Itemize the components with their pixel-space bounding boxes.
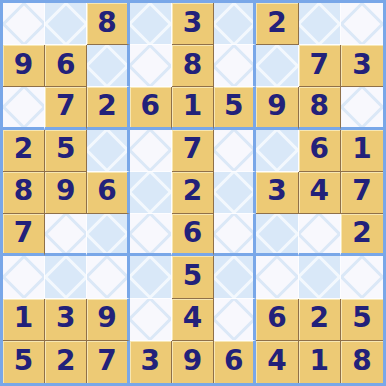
cell-r5c9: 7 [341,172,383,214]
given-digit: 2 [267,9,286,37]
cell-r3c7: 9 [256,87,298,129]
given-digit: 6 [267,304,286,332]
cell-r6c6[interactable] [214,214,256,256]
cell-r8c2: 3 [45,299,87,341]
diamond-outline-icon [87,214,129,256]
cell-r6c1: 7 [3,214,45,256]
cell-r1c1[interactable] [3,3,45,45]
given-digit: 7 [97,347,116,375]
cell-r4c6[interactable] [214,130,256,172]
given-digit: 5 [183,262,202,290]
cell-r8c4[interactable] [130,299,172,341]
cell-r9c5: 9 [172,341,214,383]
cell-r8c7: 6 [256,299,298,341]
given-digit: 7 [309,51,328,79]
cell-r1c9[interactable] [341,3,383,45]
given-digit: 7 [352,177,371,205]
given-digit: 8 [183,51,202,79]
given-digit: 9 [56,177,75,205]
cell-r8c5: 4 [172,299,214,341]
cell-r3c9[interactable] [341,87,383,129]
diamond-outline-icon [45,214,87,256]
diamond-outline-icon [130,3,172,45]
diamond-outline-icon [45,3,87,45]
cell-r1c6[interactable] [214,3,256,45]
cell-r2c9: 3 [341,45,383,87]
diamond-outline-icon [214,3,256,45]
cell-r5c3: 6 [87,172,129,214]
cell-r1c8[interactable] [299,3,341,45]
cell-r4c4[interactable] [130,130,172,172]
cell-r4c2: 5 [45,130,87,172]
cell-r1c7: 2 [256,3,298,45]
cell-r9c2: 2 [45,341,87,383]
given-digit: 6 [56,51,75,79]
cell-r3c5: 1 [172,87,214,129]
cell-r3c2: 7 [45,87,87,129]
given-digit: 2 [14,135,33,163]
diamond-outline-icon [130,299,172,341]
diamond-outline-icon [87,45,129,87]
diamond-outline-icon [299,3,341,45]
cell-r2c4[interactable] [130,45,172,87]
given-digit: 4 [267,347,286,375]
given-digit: 6 [141,92,160,120]
cell-r7c5: 5 [172,256,214,298]
given-digit: 5 [352,304,371,332]
diamond-outline-icon [341,3,383,45]
cell-r6c2[interactable] [45,214,87,256]
cell-r7c6[interactable] [214,256,256,298]
cell-r5c7: 3 [256,172,298,214]
sudoku-board: 8329687372615982576189623477625139462552… [0,0,386,386]
cell-r8c9: 5 [341,299,383,341]
cell-r4c5: 7 [172,130,214,172]
diamond-outline-icon [130,214,172,256]
cell-r8c3: 9 [87,299,129,341]
given-digit: 9 [14,51,33,79]
cell-r2c2: 6 [45,45,87,87]
given-digit: 1 [352,135,371,163]
given-digit: 3 [267,177,286,205]
diamond-outline-icon [45,256,87,298]
diamond-outline-icon [3,87,45,129]
cell-r9c4: 3 [130,341,172,383]
cell-r6c8[interactable] [299,214,341,256]
diamond-outline-icon [299,214,341,256]
given-digit: 9 [183,347,202,375]
diamond-outline-icon [214,45,256,87]
given-digit: 1 [183,92,202,120]
cell-r7c3[interactable] [87,256,129,298]
cell-r5c2: 9 [45,172,87,214]
given-digit: 1 [309,347,328,375]
given-digit: 8 [309,92,328,120]
cell-r6c9: 2 [341,214,383,256]
given-digit: 4 [183,304,202,332]
diamond-outline-icon [214,299,256,341]
diamond-outline-icon [130,45,172,87]
cell-r8c1: 1 [3,299,45,341]
cell-r1c3: 8 [87,3,129,45]
diamond-outline-icon [130,256,172,298]
given-digit: 2 [352,219,371,247]
cell-r5c1: 8 [3,172,45,214]
given-digit: 5 [56,135,75,163]
cell-r2c1: 9 [3,45,45,87]
given-digit: 8 [352,347,371,375]
cell-r1c5: 3 [172,3,214,45]
cell-r3c4: 6 [130,87,172,129]
cell-r6c7[interactable] [256,214,298,256]
diamond-outline-icon [214,256,256,298]
cell-r9c7: 4 [256,341,298,383]
diamond-outline-icon [256,256,298,298]
given-digit: 3 [183,9,202,37]
cell-r4c7[interactable] [256,130,298,172]
cell-r3c6: 5 [214,87,256,129]
given-digit: 2 [309,304,328,332]
given-digit: 6 [97,177,116,205]
cell-r4c8: 6 [299,130,341,172]
cell-r5c4[interactable] [130,172,172,214]
diamond-outline-icon [214,172,256,214]
cell-r3c3: 2 [87,87,129,129]
cell-r7c9[interactable] [341,256,383,298]
cell-r9c9: 8 [341,341,383,383]
diamond-outline-icon [299,256,341,298]
cell-r5c5: 2 [172,172,214,214]
cell-r9c8: 1 [299,341,341,383]
cell-r8c6[interactable] [214,299,256,341]
diamond-outline-icon [87,256,129,298]
cell-r5c8: 4 [299,172,341,214]
given-digit: 2 [97,92,116,120]
cell-r7c8[interactable] [299,256,341,298]
diamond-outline-icon [87,130,129,172]
diamond-outline-icon [341,256,383,298]
diamond-outline-icon [256,214,298,256]
given-digit: 6 [224,347,243,375]
cell-r2c3[interactable] [87,45,129,87]
cell-r9c6: 6 [214,341,256,383]
given-digit: 7 [183,135,202,163]
cell-r1c2[interactable] [45,3,87,45]
given-digit: 4 [309,177,328,205]
diamond-outline-icon [3,3,45,45]
diamond-outline-icon [214,214,256,256]
cell-r9c3: 7 [87,341,129,383]
given-digit: 9 [97,304,116,332]
given-digit: 8 [97,9,116,37]
diamond-outline-icon [256,130,298,172]
cell-r4c9: 1 [341,130,383,172]
cell-r4c1: 2 [3,130,45,172]
cell-r2c8: 7 [299,45,341,87]
cell-r9c1: 5 [3,341,45,383]
given-digit: 1 [14,304,33,332]
given-digit: 6 [183,219,202,247]
given-digit: 5 [14,347,33,375]
cell-r3c8: 8 [299,87,341,129]
cell-r4c3[interactable] [87,130,129,172]
diamond-outline-icon [341,87,383,129]
cell-r6c5: 6 [172,214,214,256]
given-digit: 2 [183,177,202,205]
cell-r2c7[interactable] [256,45,298,87]
diamond-outline-icon [130,172,172,214]
given-digit: 2 [56,347,75,375]
cell-r3c1[interactable] [3,87,45,129]
given-digit: 8 [14,177,33,205]
cell-r2c5: 8 [172,45,214,87]
diamond-outline-icon [130,130,172,172]
given-digit: 3 [56,304,75,332]
cell-r6c4[interactable] [130,214,172,256]
cell-r6c3[interactable] [87,214,129,256]
given-digit: 6 [309,135,328,163]
diamond-outline-icon [3,256,45,298]
given-digit: 5 [224,92,243,120]
cell-r1c4[interactable] [130,3,172,45]
cell-r8c8: 2 [299,299,341,341]
cell-r7c4[interactable] [130,256,172,298]
diamond-outline-icon [256,45,298,87]
diamond-outline-icon [214,130,256,172]
given-digit: 3 [352,51,371,79]
cell-r7c1[interactable] [3,256,45,298]
given-digit: 7 [56,92,75,120]
cell-r5c6[interactable] [214,172,256,214]
given-digit: 3 [141,347,160,375]
cell-r7c7[interactable] [256,256,298,298]
cell-r2c6[interactable] [214,45,256,87]
given-digit: 7 [14,219,33,247]
given-digit: 9 [267,92,286,120]
cell-r7c2[interactable] [45,256,87,298]
